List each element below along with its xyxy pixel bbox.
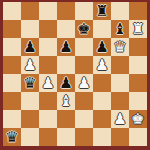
square-a4[interactable] bbox=[3, 74, 21, 92]
square-h4[interactable] bbox=[129, 74, 147, 92]
square-a5[interactable] bbox=[3, 56, 21, 74]
square-f1[interactable] bbox=[93, 128, 111, 146]
black-king-e7: ♚ bbox=[77, 20, 90, 38]
square-g6[interactable]: ♛ bbox=[111, 38, 129, 56]
square-h7[interactable]: ♜ bbox=[129, 20, 147, 38]
square-g7[interactable]: ♝ bbox=[111, 20, 129, 38]
square-b8[interactable] bbox=[21, 2, 39, 20]
square-h5[interactable] bbox=[129, 56, 147, 74]
black-pawn-b6: ♟ bbox=[23, 38, 36, 56]
white-pawn-g2: ♟ bbox=[113, 110, 126, 128]
square-e6[interactable] bbox=[75, 38, 93, 56]
square-f7[interactable] bbox=[93, 20, 111, 38]
square-a8[interactable] bbox=[3, 2, 21, 20]
square-g8[interactable] bbox=[111, 2, 129, 20]
square-d5[interactable] bbox=[57, 56, 75, 74]
square-c2[interactable] bbox=[39, 110, 57, 128]
square-b7[interactable] bbox=[21, 20, 39, 38]
square-f4[interactable] bbox=[93, 74, 111, 92]
square-g3[interactable] bbox=[111, 92, 129, 110]
square-e4[interactable]: ♟ bbox=[75, 74, 93, 92]
square-e5[interactable] bbox=[75, 56, 93, 74]
square-c1[interactable] bbox=[39, 128, 57, 146]
black-pawn-d4: ♟ bbox=[59, 74, 72, 92]
square-a7[interactable] bbox=[3, 20, 21, 38]
white-queen-g6: ♛ bbox=[113, 38, 126, 56]
square-e3[interactable] bbox=[75, 92, 93, 110]
square-d2[interactable] bbox=[57, 110, 75, 128]
black-pawn-f6: ♟ bbox=[95, 38, 108, 56]
square-c6[interactable] bbox=[39, 38, 57, 56]
square-f5[interactable]: ♟ bbox=[93, 56, 111, 74]
square-e7[interactable]: ♚ bbox=[75, 20, 93, 38]
square-g4[interactable] bbox=[111, 74, 129, 92]
square-e8[interactable] bbox=[75, 2, 93, 20]
board-frame: ♜♚♝♜♟♟♟♛♟♟♛♟♟♟♝♟♚♛ bbox=[0, 0, 150, 150]
chess-board: ♜♚♝♜♟♟♟♛♟♟♛♟♟♟♝♟♚♛ bbox=[3, 2, 147, 146]
square-b2[interactable] bbox=[21, 110, 39, 128]
black-queen-a1: ♛ bbox=[5, 128, 18, 146]
square-h3[interactable] bbox=[129, 92, 147, 110]
square-g1[interactable] bbox=[111, 128, 129, 146]
square-c5[interactable] bbox=[39, 56, 57, 74]
square-d4[interactable]: ♟ bbox=[57, 74, 75, 92]
square-b6[interactable]: ♟ bbox=[21, 38, 39, 56]
white-king-h2: ♚ bbox=[131, 110, 144, 128]
square-g5[interactable] bbox=[111, 56, 129, 74]
square-h2[interactable]: ♚ bbox=[129, 110, 147, 128]
square-f6[interactable]: ♟ bbox=[93, 38, 111, 56]
square-a2[interactable] bbox=[3, 110, 21, 128]
square-d7[interactable] bbox=[57, 20, 75, 38]
square-a1[interactable]: ♛ bbox=[3, 128, 21, 146]
square-f3[interactable] bbox=[93, 92, 111, 110]
black-bishop-g7: ♝ bbox=[113, 20, 126, 38]
white-pawn-e4: ♟ bbox=[77, 74, 90, 92]
square-f2[interactable] bbox=[93, 110, 111, 128]
chess-diagram: ♜♚♝♜♟♟♟♛♟♟♛♟♟♟♝♟♚♛ bbox=[0, 0, 150, 150]
white-pawn-c4: ♟ bbox=[41, 74, 54, 92]
square-e1[interactable] bbox=[75, 128, 93, 146]
black-queen-b4: ♛ bbox=[23, 74, 36, 92]
square-b5[interactable]: ♟ bbox=[21, 56, 39, 74]
square-c4[interactable]: ♟ bbox=[39, 74, 57, 92]
square-a3[interactable] bbox=[3, 92, 21, 110]
square-e2[interactable] bbox=[75, 110, 93, 128]
white-rook-h7: ♜ bbox=[131, 20, 144, 38]
square-b4[interactable]: ♛ bbox=[21, 74, 39, 92]
square-b3[interactable] bbox=[21, 92, 39, 110]
square-d3[interactable]: ♝ bbox=[57, 92, 75, 110]
square-h6[interactable] bbox=[129, 38, 147, 56]
white-pawn-b5: ♟ bbox=[23, 56, 36, 74]
square-f8[interactable]: ♜ bbox=[93, 2, 111, 20]
square-c3[interactable] bbox=[39, 92, 57, 110]
square-h8[interactable] bbox=[129, 2, 147, 20]
square-g2[interactable]: ♟ bbox=[111, 110, 129, 128]
square-d6[interactable]: ♟ bbox=[57, 38, 75, 56]
square-a6[interactable] bbox=[3, 38, 21, 56]
square-c7[interactable] bbox=[39, 20, 57, 38]
white-bishop-d3: ♝ bbox=[59, 92, 72, 110]
square-h1[interactable] bbox=[129, 128, 147, 146]
black-rook-f8: ♜ bbox=[95, 2, 108, 20]
square-d8[interactable] bbox=[57, 2, 75, 20]
square-b1[interactable] bbox=[21, 128, 39, 146]
black-pawn-d6: ♟ bbox=[59, 38, 72, 56]
square-d1[interactable] bbox=[57, 128, 75, 146]
square-c8[interactable] bbox=[39, 2, 57, 20]
white-pawn-f5: ♟ bbox=[95, 56, 108, 74]
